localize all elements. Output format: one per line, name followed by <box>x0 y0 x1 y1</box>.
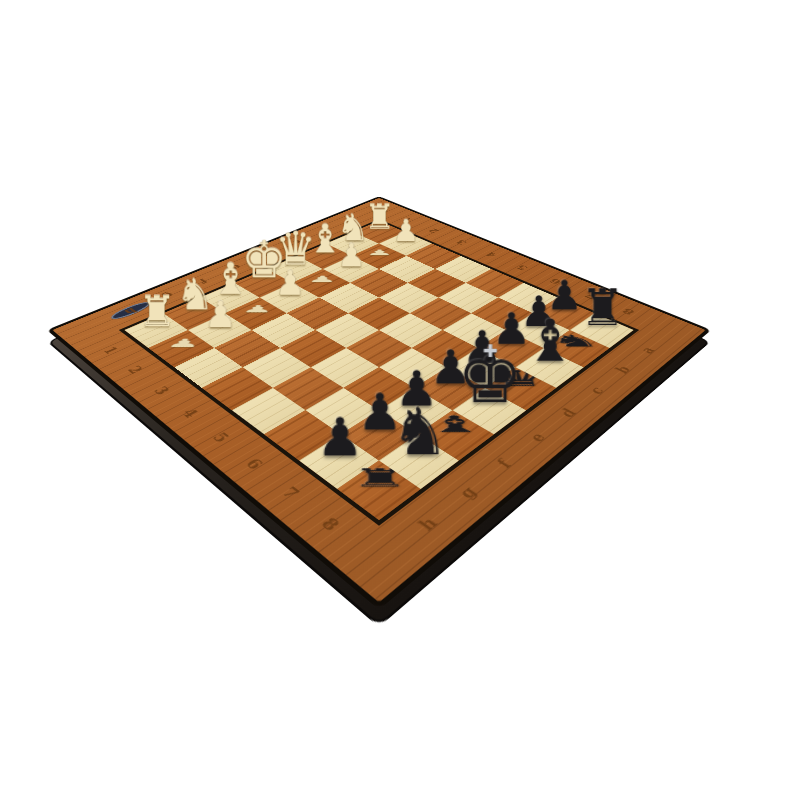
rank-label-4-far: 4 <box>479 249 503 260</box>
rank-label-5-near: 5 <box>203 426 237 449</box>
piece-white-pawn[interactable]: ♟ <box>150 297 290 333</box>
file-label-h-near: h <box>409 510 448 539</box>
file-label-c-near: c <box>581 381 613 400</box>
board-face: ♜♞♝♚♛♝♞♜♟♟♟♟♟♟♟♟♟♟♟♟♟♟♟♟♜♞♝♚✚♛♝♞♜ 11hh22… <box>47 196 712 609</box>
piece-black-knight[interactable]: ♞ <box>331 399 507 464</box>
scene: ♜♞♝♚♛♝♞♜♟♟♟♟♟♟♟♟♟♟♟♟♟♟♟♟♜♞♝♚✚♛♝♞♜ 11hh22… <box>0 0 800 800</box>
rank-label-8-near: 8 <box>310 510 349 539</box>
product-photo-stage: ♜♞♝♚♛♝♞♜♟♟♟♟♟♟♟♟♟♟♟♟♟♟♟♟♜♞♝♚✚♛♝♞♜ 11hh22… <box>0 0 800 800</box>
rank-label-3-near: 3 <box>145 381 177 400</box>
rank-label-5-far: 5 <box>510 261 535 273</box>
square-h8[interactable]: ♜ <box>337 460 420 520</box>
file-label-e-near: e <box>521 426 555 449</box>
rank-label-2-near: 2 <box>120 361 150 379</box>
file-label-g-near: g <box>449 479 486 506</box>
rank-label-4-near: 4 <box>173 403 206 424</box>
chess-board: ♜♞♝♚♛♝♞♜♟♟♟♟♟♟♟♟♟♟♟♟♟♟♟♟♜♞♝♚✚♛♝♞♜ 11hh22… <box>47 196 712 609</box>
board-grid: ♜♞♝♚♛♝♞♜♟♟♟♟♟♟♟♟♟♟♟♟♟♟♟♟♜♞♝♚✚♛♝♞♜ <box>119 219 639 526</box>
king-cross-finial-icon: ✚ <box>482 343 497 360</box>
